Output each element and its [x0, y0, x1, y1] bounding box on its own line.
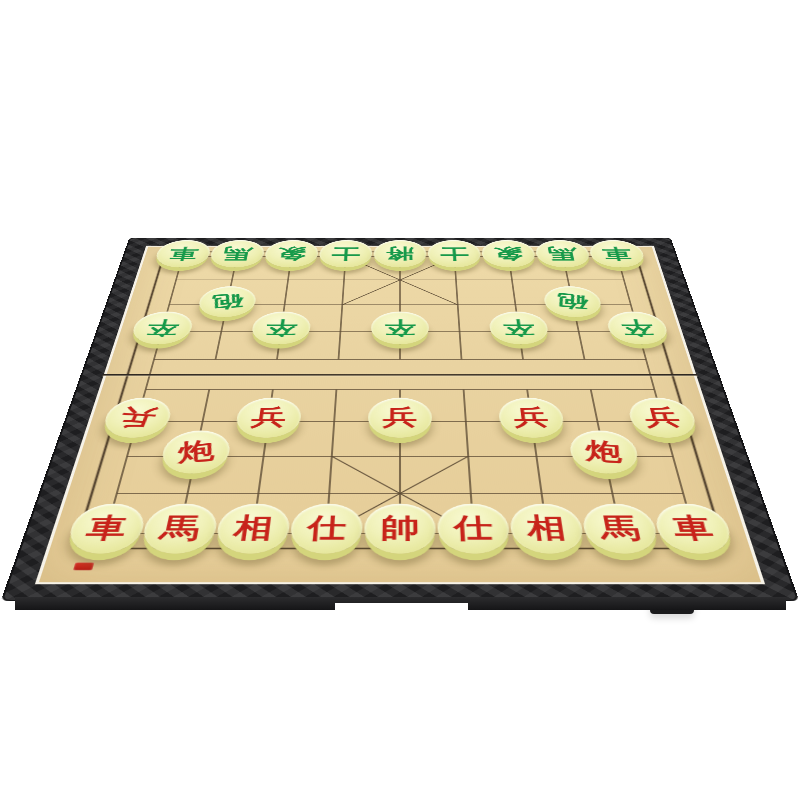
piece-glyph: 仕 — [453, 515, 494, 542]
board-cell — [551, 345, 619, 374]
board-cell: 卒 — [605, 318, 672, 345]
board-cell — [428, 268, 486, 292]
piece-glyph: 兵 — [642, 407, 683, 429]
board-cell: 砲 — [542, 292, 605, 318]
board-cell — [372, 268, 429, 292]
piece-glyph: 相 — [232, 515, 275, 542]
case-bottom-band — [15, 597, 786, 610]
board-cell: 兵 — [626, 405, 701, 438]
board-cell: 馬 — [580, 513, 662, 555]
board-cell: 車 — [62, 513, 147, 555]
board-cell — [312, 292, 372, 318]
piece-green-soldier: 卒 — [371, 312, 430, 345]
piece-glyph: 帥 — [380, 515, 419, 542]
board-cell: 馬 — [207, 245, 266, 268]
board-cell — [296, 439, 367, 475]
board-cell: 仕 — [287, 513, 364, 555]
board-cell — [593, 268, 656, 292]
board-cell — [306, 345, 370, 374]
piece-green-horse: 馬 — [534, 240, 592, 267]
piece-layer: 車馬象士將士象馬車砲砲卒卒卒卒卒兵兵兵兵兵炮炮車馬相仕帥仕相馬車 — [62, 245, 738, 555]
board-cell — [547, 318, 612, 345]
board-cell: 兵 — [232, 405, 302, 438]
board-cell — [556, 374, 626, 405]
board-cell — [119, 345, 189, 374]
piece-red-general: 帥 — [364, 504, 437, 554]
board-cell — [144, 268, 207, 292]
piece-glyph: 砲 — [212, 292, 243, 311]
board-cell: 炮 — [157, 439, 233, 475]
board-cell: 兵 — [366, 405, 433, 438]
piece-green-general: 將 — [373, 240, 426, 267]
board-cell — [483, 268, 542, 292]
board-cell: 車 — [588, 245, 649, 268]
board-cell: 馬 — [137, 513, 219, 555]
board-cell: 卒 — [488, 318, 551, 345]
board-cell — [315, 268, 373, 292]
board-cell — [365, 439, 434, 475]
board-cell: 象 — [262, 245, 320, 268]
xiangqi-board: 車馬象士將士象馬車砲砲卒卒卒卒卒兵兵兵兵兵炮炮車馬相仕帥仕相馬車 — [3, 238, 797, 600]
product-photo-scene: 車馬象士將士象馬車砲砲卒卒卒卒卒兵兵兵兵兵炮炮車馬相仕帥仕相馬車 — [0, 0, 800, 800]
board-cell — [226, 439, 299, 475]
board-cell: 炮 — [568, 439, 644, 475]
board-cell — [432, 405, 500, 438]
board-cell: 兵 — [497, 405, 567, 438]
board-cell: 帥 — [362, 513, 437, 555]
board-cell: 卒 — [249, 318, 312, 345]
piece-glyph: 卒 — [264, 319, 298, 337]
piece-glyph: 卒 — [502, 319, 536, 337]
piece-glyph: 炮 — [178, 438, 215, 465]
board-cell: 車 — [653, 513, 738, 555]
piece-glyph: 馬 — [222, 246, 254, 261]
piece-green-elephant: 象 — [481, 240, 537, 267]
piece-glyph: 兵 — [116, 406, 159, 430]
piece-glyph: 車 — [167, 246, 200, 261]
piece-glyph: 馬 — [598, 515, 642, 542]
piece-green-chariot: 車 — [587, 240, 647, 267]
board-cell: 兵 — [98, 405, 173, 438]
board-cell — [428, 292, 488, 318]
piece-glyph: 車 — [84, 515, 130, 542]
piece-glyph: 象 — [493, 246, 524, 261]
board-cell: 相 — [212, 513, 291, 555]
board-cell — [431, 374, 497, 405]
board-cell — [309, 318, 370, 345]
board-cell: 卒 — [128, 318, 195, 345]
board-cell: 相 — [508, 513, 587, 555]
board-cell — [299, 405, 367, 438]
board-cell — [491, 345, 557, 374]
piece-glyph: 象 — [276, 246, 307, 261]
board-cell — [174, 374, 244, 405]
board-cell — [188, 318, 253, 345]
board-cell — [434, 439, 505, 475]
board-cell — [369, 345, 432, 374]
piece-glyph: 相 — [525, 515, 568, 542]
board-cell: 士 — [427, 245, 483, 268]
board-cell — [430, 345, 494, 374]
piece-glyph: 將 — [386, 246, 415, 261]
piece-glyph: 卒 — [384, 319, 416, 337]
board-cell — [244, 345, 310, 374]
piece-glyph: 車 — [670, 515, 716, 542]
piece-green-advisor: 士 — [318, 240, 372, 267]
piece-glyph: 炮 — [585, 439, 622, 465]
board-cell — [87, 439, 165, 475]
piece-green-horse: 馬 — [208, 240, 266, 267]
piece-glyph: 仕 — [306, 515, 347, 542]
board-cell: 車 — [152, 245, 213, 268]
board-cell: 卒 — [370, 318, 431, 345]
piece-red-soldier: 兵 — [368, 398, 433, 438]
board-cell: 馬 — [534, 245, 593, 268]
brand-stamp — [73, 563, 94, 571]
board-cell — [635, 439, 713, 475]
piece-glyph: 馬 — [547, 246, 579, 261]
board-cell — [612, 345, 682, 374]
piece-glyph: 兵 — [512, 407, 550, 429]
board-cell: 象 — [480, 245, 538, 268]
piece-glyph: 卒 — [144, 319, 180, 337]
board-cell: 將 — [372, 245, 427, 268]
board-cell: 砲 — [195, 292, 258, 318]
board-cell — [429, 318, 490, 345]
piece-glyph: 兵 — [382, 407, 417, 429]
piece-green-chariot: 車 — [153, 240, 213, 267]
piece-glyph: 士 — [439, 246, 469, 261]
board-cell — [181, 345, 249, 374]
piece-glyph: 馬 — [158, 515, 202, 542]
board-cell: 仕 — [436, 513, 513, 555]
board-cell — [258, 268, 317, 292]
board-cell — [303, 374, 369, 405]
piece-glyph: 士 — [331, 246, 361, 261]
piece-green-elephant: 象 — [263, 240, 319, 267]
piece-glyph: 卒 — [619, 319, 655, 337]
piece-green-advisor: 士 — [427, 240, 481, 267]
piece-glyph: 兵 — [250, 407, 288, 429]
board-cell: 士 — [317, 245, 373, 268]
board-cell — [501, 439, 574, 475]
piece-glyph: 砲 — [557, 292, 588, 311]
piece-glyph: 車 — [600, 246, 633, 261]
